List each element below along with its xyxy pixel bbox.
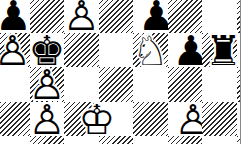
square-a7: ♟♙: [0, 33, 30, 68]
square-h8: [237, 0, 241, 33]
square-d8: [99, 0, 134, 33]
square-h4: [237, 136, 241, 144]
square-f4: [168, 136, 203, 144]
white-pawn-halo: ♟: [30, 103, 65, 138]
chess-diagram-image[interactable]: ♟♟♟♙♟♟♟♙♚♚♞♘♟♟♜♜♟♙♟♙♚♔♟♙: [0, 0, 240, 144]
square-b5: ♟♙: [30, 102, 65, 137]
white-pawn-piece: ♙: [30, 103, 65, 138]
white-pawn-piece: ♙: [30, 68, 65, 103]
square-d6: [99, 67, 134, 102]
square-c8: ♟♙: [64, 0, 99, 33]
square-e4: [133, 136, 168, 144]
square-e6: [133, 67, 168, 102]
square-d7: [99, 33, 134, 68]
white-pawn-halo: ♟: [0, 34, 30, 69]
square-f8: [168, 0, 203, 33]
square-a5: [0, 102, 30, 137]
square-e7: ♞♘: [133, 33, 168, 68]
square-h5: [237, 102, 241, 137]
white-pawn-piece: ♙: [0, 34, 30, 69]
square-a6: [0, 67, 30, 102]
square-g8: [202, 0, 237, 33]
square-c6: [64, 67, 99, 102]
square-d4: [99, 136, 134, 144]
square-f7: ♟♟: [168, 33, 203, 68]
square-a8: ♟♟: [0, 0, 30, 33]
black-king-piece: ♚: [30, 34, 65, 69]
white-knight-piece: ♘: [133, 34, 168, 69]
square-e8: ♟♟: [133, 0, 168, 33]
black-pawn-halo: ♟: [0, 0, 31, 34]
white-pawn-piece: ♙: [64, 0, 99, 34]
square-b7: ♚♚: [30, 33, 65, 68]
square-f6: [168, 67, 203, 102]
square-c5: [64, 102, 99, 137]
white-pawn-halo: ♟: [30, 68, 65, 103]
square-c7: [64, 33, 99, 68]
square-c4: [64, 136, 99, 144]
square-h7: [237, 33, 241, 68]
chess-board: ♟♟♟♙♟♟♟♙♚♚♞♘♟♟♜♜♟♙♟♙♚♔♟♙: [0, 0, 240, 144]
square-f5: ♟♙: [168, 102, 203, 137]
black-king-halo: ♚: [30, 34, 65, 69]
square-b4: [30, 136, 65, 144]
black-rook-halo: ♜: [206, 34, 240, 69]
square-b8: [30, 0, 65, 33]
square-g6: [202, 67, 237, 102]
black-rook-piece: ♜: [206, 34, 240, 69]
square-g5: [202, 102, 237, 137]
square-d5: ♚♔: [99, 102, 134, 137]
white-knight-halo: ♞: [133, 34, 168, 69]
square-h6: [237, 67, 241, 102]
square-a4: [0, 136, 30, 144]
white-pawn-halo: ♟: [64, 0, 99, 34]
square-g4: [202, 136, 237, 144]
square-b6: ♟♙: [30, 67, 65, 102]
black-pawn-piece: ♟: [0, 0, 31, 34]
square-e5: [133, 102, 168, 137]
square-g7: ♜♜: [202, 33, 237, 68]
